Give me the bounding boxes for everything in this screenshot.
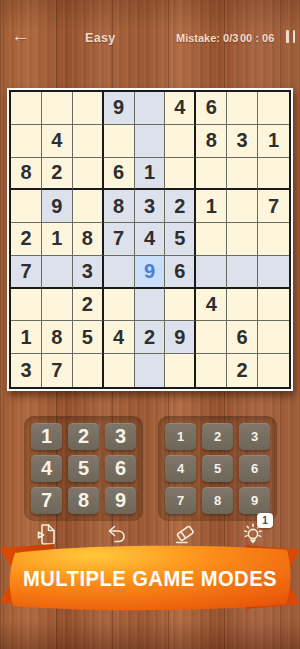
- cell-r1c4[interactable]: 9: [104, 92, 135, 125]
- cell-r5c5[interactable]: 4: [135, 223, 166, 256]
- cell-r3c4[interactable]: 6: [104, 158, 135, 191]
- cell-r4c7[interactable]: 1: [196, 190, 227, 223]
- cell-r2c7[interactable]: 8: [196, 125, 227, 158]
- cell-r2c2[interactable]: 4: [42, 125, 73, 158]
- numpad-left-key-1[interactable]: 1: [31, 423, 62, 450]
- cell-r3c9[interactable]: [258, 158, 289, 191]
- numpad-left-key-7[interactable]: 7: [31, 487, 62, 514]
- cell-r3c3[interactable]: [73, 158, 104, 191]
- cell-r8c5[interactable]: 2: [135, 321, 166, 354]
- cell-r8c9[interactable]: [258, 321, 289, 354]
- cell-r8c2[interactable]: 8: [42, 321, 73, 354]
- cell-r5c6[interactable]: 5: [165, 223, 196, 256]
- cell-r9c5[interactable]: [135, 354, 166, 387]
- cell-r1c1[interactable]: [11, 92, 42, 125]
- sudoku-board: 946483182619832172187457396241854296372: [9, 90, 291, 389]
- cell-r8c8[interactable]: 6: [227, 321, 258, 354]
- cell-r6c4[interactable]: [104, 256, 135, 289]
- cell-r6c2[interactable]: [42, 256, 73, 289]
- cell-r1c8[interactable]: [227, 92, 258, 125]
- numpad-right-key-9[interactable]: 9: [239, 487, 270, 514]
- cell-r9c4[interactable]: [104, 354, 135, 387]
- numpad-right-key-6[interactable]: 6: [239, 455, 270, 482]
- cell-r2c4[interactable]: [104, 125, 135, 158]
- numpad-left-key-5[interactable]: 5: [68, 455, 99, 482]
- cell-r1c5[interactable]: [135, 92, 166, 125]
- cell-r8c3[interactable]: 5: [73, 321, 104, 354]
- cell-r9c8[interactable]: 2: [227, 354, 258, 387]
- board-frame: 946483182619832172187457396241854296372: [7, 88, 293, 391]
- cell-r6c9[interactable]: [258, 256, 289, 289]
- cell-r9c9[interactable]: [258, 354, 289, 387]
- cell-r9c6[interactable]: [165, 354, 196, 387]
- cell-r1c3[interactable]: [73, 92, 104, 125]
- cell-r5c8[interactable]: [227, 223, 258, 256]
- cell-r7c2[interactable]: [42, 289, 73, 322]
- cell-r2c6[interactable]: [165, 125, 196, 158]
- cell-r4c6[interactable]: 2: [165, 190, 196, 223]
- cell-r4c4[interactable]: 8: [104, 190, 135, 223]
- banner-text: MULTIPLE GAME MODES: [23, 566, 277, 591]
- cell-r6c1[interactable]: 7: [11, 256, 42, 289]
- numpad-left-key-4[interactable]: 4: [31, 455, 62, 482]
- cell-r2c9[interactable]: 1: [258, 125, 289, 158]
- cell-r7c6[interactable]: [165, 289, 196, 322]
- hint-count-badge: 1: [257, 513, 273, 528]
- cell-r9c7[interactable]: [196, 354, 227, 387]
- cell-r3c2[interactable]: 2: [42, 158, 73, 191]
- cell-r7c3[interactable]: 2: [73, 289, 104, 322]
- cell-r7c8[interactable]: [227, 289, 258, 322]
- cell-r8c7[interactable]: [196, 321, 227, 354]
- cell-r8c4[interactable]: 4: [104, 321, 135, 354]
- numpad-right-key-5[interactable]: 5: [202, 455, 233, 482]
- promo-banner: MULTIPLE GAME MODES: [0, 541, 300, 619]
- numpad-right-key-2[interactable]: 2: [202, 423, 233, 450]
- numpad-right: 123456789: [158, 416, 277, 521]
- cell-r5c3[interactable]: 8: [73, 223, 104, 256]
- cell-r2c1[interactable]: [11, 125, 42, 158]
- numpad-right-key-4[interactable]: 4: [165, 455, 196, 482]
- difficulty-label: Easy: [85, 31, 115, 45]
- timer: 00 : 06: [240, 32, 274, 44]
- sudoku-app: ← Easy Mistake: 0/3 00 : 06 946483182619…: [0, 0, 300, 649]
- cell-r8c1[interactable]: 1: [11, 321, 42, 354]
- numpad-right-key-1[interactable]: 1: [165, 423, 196, 450]
- cell-r9c3[interactable]: [73, 354, 104, 387]
- cell-r5c2[interactable]: 1: [42, 223, 73, 256]
- cell-r6c5[interactable]: 9: [135, 256, 166, 289]
- cell-r4c3[interactable]: [73, 190, 104, 223]
- numpad-right-key-8[interactable]: 8: [202, 487, 233, 514]
- cell-r1c2[interactable]: [42, 92, 73, 125]
- numpad-left-key-6[interactable]: 6: [105, 455, 136, 482]
- cell-r9c2[interactable]: 7: [42, 354, 73, 387]
- back-icon[interactable]: ←: [11, 26, 30, 45]
- cell-r7c7[interactable]: 4: [196, 289, 227, 322]
- cell-r1c9[interactable]: [258, 92, 289, 125]
- pause-icon[interactable]: [286, 30, 295, 43]
- cell-r3c5[interactable]: 1: [135, 158, 166, 191]
- cell-r6c7[interactable]: [196, 256, 227, 289]
- cell-r7c4[interactable]: [104, 289, 135, 322]
- cell-r2c8[interactable]: 3: [227, 125, 258, 158]
- cell-r7c9[interactable]: [258, 289, 289, 322]
- numpad-right-key-3[interactable]: 3: [239, 423, 270, 450]
- cell-r9c1[interactable]: 3: [11, 354, 42, 387]
- numpad-left-key-8[interactable]: 8: [68, 487, 99, 514]
- cell-r6c3[interactable]: 3: [73, 256, 104, 289]
- numpad-left-key-9[interactable]: 9: [105, 487, 136, 514]
- cell-r1c6[interactable]: 4: [165, 92, 196, 125]
- cell-r7c5[interactable]: [135, 289, 166, 322]
- cell-r4c2[interactable]: 9: [42, 190, 73, 223]
- top-bar: ← Easy Mistake: 0/3 00 : 06: [0, 0, 300, 56]
- numpad-left: 123456789: [24, 416, 143, 521]
- numpad-left-key-2[interactable]: 2: [68, 423, 99, 450]
- cell-r3c1[interactable]: 8: [11, 158, 42, 191]
- cell-r3c7[interactable]: [196, 158, 227, 191]
- cell-r7c1[interactable]: [11, 289, 42, 322]
- cell-r2c3[interactable]: [73, 125, 104, 158]
- cell-r5c9[interactable]: [258, 223, 289, 256]
- cell-r3c6[interactable]: [165, 158, 196, 191]
- cell-r2c5[interactable]: [135, 125, 166, 158]
- cell-r4c5[interactable]: 3: [135, 190, 166, 223]
- cell-r6c6[interactable]: 6: [165, 256, 196, 289]
- cell-r6c8[interactable]: [227, 256, 258, 289]
- cell-r5c4[interactable]: 7: [104, 223, 135, 256]
- numpad-left-key-3[interactable]: 3: [105, 423, 136, 450]
- cell-r1c7[interactable]: 6: [196, 92, 227, 125]
- cell-r5c7[interactable]: [196, 223, 227, 256]
- cell-r4c1[interactable]: [11, 190, 42, 223]
- mistakes-counter: Mistake: 0/3: [176, 32, 238, 44]
- cell-r3c8[interactable]: [227, 158, 258, 191]
- cell-r4c9[interactable]: 7: [258, 190, 289, 223]
- cell-r4c8[interactable]: [227, 190, 258, 223]
- cell-r8c6[interactable]: 9: [165, 321, 196, 354]
- cell-r5c1[interactable]: 2: [11, 223, 42, 256]
- numpad-right-key-7[interactable]: 7: [165, 487, 196, 514]
